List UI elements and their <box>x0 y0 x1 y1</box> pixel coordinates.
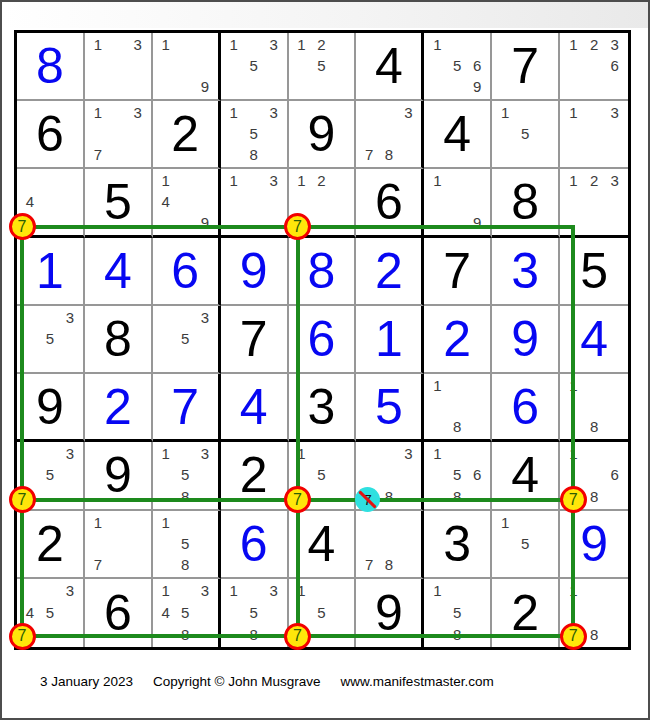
candidate-slot-2 <box>447 34 467 55</box>
candidate-slot-7 <box>495 144 515 165</box>
cell-r7c6[interactable]: 378 <box>356 442 424 510</box>
candidate-slot-9: 9 <box>467 76 487 97</box>
candidate-slot-6 <box>264 55 284 76</box>
candidate-slot-5: 5 <box>447 55 467 76</box>
cell-r5c4[interactable]: 7 <box>221 306 289 374</box>
candidate-slot-3 <box>331 443 351 464</box>
cell-r8c5[interactable]: 4 <box>289 511 357 579</box>
candidate-slot-4 <box>156 328 176 349</box>
candidate-slot-4 <box>224 602 244 624</box>
given-digit: 8 <box>85 306 151 372</box>
cell-r7c5[interactable]: 15 <box>289 442 357 510</box>
given-digit: 9 <box>356 579 421 647</box>
entered-digit: 9 <box>492 306 558 372</box>
candidate-slot-9 <box>399 485 419 506</box>
cell-r5c2[interactable]: 8 <box>85 306 153 374</box>
candidate-slot-1: 1 <box>427 375 447 396</box>
candidate-slot-6: 6 <box>604 55 625 76</box>
candidate-slot-1 <box>359 102 379 123</box>
candidate-slot-2 <box>584 443 605 464</box>
candidate-slot-8: 8 <box>175 554 195 575</box>
candidate-slot-2 <box>175 580 195 602</box>
candidates: 378 <box>359 102 418 165</box>
cell-r4c8[interactable]: 3 <box>492 238 560 306</box>
candidate-slot-3 <box>535 512 555 533</box>
candidate-slot-2 <box>515 102 535 123</box>
candidate-slot-5: 5 <box>175 464 195 485</box>
cell-r9c5[interactable]: 15 <box>289 579 357 647</box>
candidate-slot-3 <box>60 170 80 191</box>
candidate-slot-3 <box>331 34 351 55</box>
candidate-slot-6 <box>535 123 555 144</box>
candidates: 149 <box>156 170 215 232</box>
candidate-slot-4 <box>292 55 312 76</box>
cell-r8c1[interactable]: 2 <box>17 511 85 579</box>
cell-r7c3[interactable]: 1358 <box>153 442 221 510</box>
candidate-slot-3: 3 <box>128 102 148 123</box>
candidates: 1568 <box>427 443 487 506</box>
candidate-slot-1: 1 <box>563 170 584 191</box>
candidate-slot-2 <box>312 443 332 464</box>
cell-r7c1[interactable]: 35 <box>17 442 85 510</box>
candidate-slot-7 <box>563 417 584 438</box>
candidate-slot-6 <box>128 123 148 144</box>
candidate-slot-2 <box>584 102 605 123</box>
cell-r6c3[interactable]: 7 <box>153 374 221 442</box>
candidate-slot-3: 3 <box>264 34 284 55</box>
candidate-slot-7 <box>156 554 176 575</box>
candidate-slot-1: 1 <box>88 34 108 55</box>
candidates: 1569 <box>427 34 487 97</box>
entered-digit: 1 <box>17 238 83 304</box>
cell-r5c7[interactable]: 2 <box>424 306 492 374</box>
candidate-slot-8: 8 <box>379 485 399 506</box>
candidates: 1358 <box>224 102 284 165</box>
candidate-slot-5: 5 <box>175 533 195 554</box>
cell-r3c5[interactable]: 12 <box>289 169 357 237</box>
cell-r4c9[interactable]: 5 <box>560 238 628 306</box>
candidate-slot-3: 3 <box>604 34 625 55</box>
candidate-slot-9 <box>467 485 487 506</box>
cell-r8c7[interactable]: 3 <box>424 511 492 579</box>
candidate-slot-6 <box>604 123 625 144</box>
candidate-slot-1: 1 <box>156 443 176 464</box>
cell-r9c6[interactable]: 9 <box>356 579 424 647</box>
candidate-slot-9 <box>264 76 284 97</box>
cell-r5c8[interactable]: 9 <box>492 306 560 374</box>
candidate-slot-1: 1 <box>563 375 584 396</box>
given-digit: 9 <box>85 442 151 508</box>
candidate-slot-9 <box>399 554 419 575</box>
given-digit: 6 <box>17 101 83 167</box>
candidate-slot-1: 1 <box>292 580 312 602</box>
cell-r4c5[interactable]: 8 <box>289 238 357 306</box>
candidate-slot-4 <box>427 191 447 212</box>
candidate-slot-2: 2 <box>584 170 605 191</box>
candidate-slot-4 <box>292 191 312 212</box>
candidate-slot-9 <box>128 76 148 97</box>
candidate-slot-8 <box>584 76 605 97</box>
candidate-slot-9 <box>604 417 625 438</box>
candidate-slot-6 <box>60 191 80 212</box>
candidate-slot-2 <box>244 102 264 123</box>
candidates: 13 <box>563 102 625 165</box>
candidate-slot-9 <box>331 212 351 233</box>
cell-r2c2[interactable]: 137 <box>85 101 153 169</box>
candidate-slot-2: 2 <box>312 170 332 191</box>
candidate-slot-5 <box>244 191 264 212</box>
entered-digit: 8 <box>17 33 83 99</box>
cell-r5c3[interactable]: 35 <box>153 306 221 374</box>
candidate-slot-1: 1 <box>427 580 447 602</box>
cell-r2c1[interactable]: 6 <box>17 101 85 169</box>
cell-r3c4[interactable]: 13 <box>221 169 289 237</box>
candidate-slot-6 <box>195 55 215 76</box>
candidate-slot-5 <box>584 396 605 417</box>
cell-r6c7[interactable]: 18 <box>424 374 492 442</box>
cell-r5c5[interactable]: 6 <box>289 306 357 374</box>
candidate-slot-4 <box>427 602 447 624</box>
candidate-slot-3: 3 <box>195 443 215 464</box>
candidate-slot-6: 6 <box>467 55 487 76</box>
candidate-slot-3 <box>331 170 351 191</box>
cell-r4c7[interactable]: 7 <box>424 238 492 306</box>
cell-r6c9[interactable]: 18 <box>560 374 628 442</box>
candidate-slot-5 <box>108 533 128 554</box>
cell-r1c7[interactable]: 1569 <box>424 33 492 101</box>
candidate-slot-7: 7 <box>88 144 108 165</box>
cell-r3c7[interactable]: 19 <box>424 169 492 237</box>
candidate-slot-5 <box>379 123 399 144</box>
candidates: 13 <box>88 34 148 97</box>
candidate-slot-6 <box>195 464 215 485</box>
candidate-slot-2 <box>447 375 467 396</box>
candidate-slot-3 <box>467 580 487 602</box>
candidate-slot-6 <box>264 602 284 624</box>
cell-r5c1[interactable]: 35 <box>17 306 85 374</box>
cell-r9c1[interactable]: 345 <box>17 579 85 647</box>
cell-r2c8[interactable]: 15 <box>492 101 560 169</box>
candidate-slot-1: 1 <box>292 170 312 191</box>
candidate-slot-4 <box>359 464 379 485</box>
cell-r6c8[interactable]: 6 <box>492 374 560 442</box>
candidate-slot-8 <box>312 623 332 645</box>
cell-r7c9[interactable]: 168 <box>560 442 628 510</box>
candidate-slot-1: 1 <box>427 443 447 464</box>
entered-digit: 8 <box>289 238 355 304</box>
candidate-slot-9 <box>604 144 625 165</box>
footer-date: 3 January 2023 <box>40 674 133 689</box>
candidate-slot-7 <box>427 417 447 438</box>
cell-r9c3[interactable]: 13458 <box>153 579 221 647</box>
given-digit: 6 <box>356 169 421 234</box>
candidate-slot-6 <box>467 191 487 212</box>
given-digit: 4 <box>356 33 421 99</box>
cell-r5c9[interactable]: 4 <box>560 306 628 374</box>
cell-r9c4[interactable]: 1358 <box>221 579 289 647</box>
cell-r1c2[interactable]: 13 <box>85 33 153 101</box>
cell-r8c9[interactable]: 9 <box>560 511 628 579</box>
candidates: 18 <box>427 375 487 437</box>
cell-r4c3[interactable]: 6 <box>153 238 221 306</box>
candidate-slot-1 <box>156 307 176 328</box>
candidate-slot-1: 1 <box>563 443 584 464</box>
candidate-slot-8 <box>175 212 195 233</box>
candidate-slot-6: 6 <box>467 464 487 485</box>
cell-r9c8[interactable]: 2 <box>492 579 560 647</box>
candidates: 13458 <box>156 580 215 645</box>
candidate-slot-8 <box>175 349 195 370</box>
candidate-slot-7 <box>156 485 176 506</box>
cell-r7c7[interactable]: 1568 <box>424 442 492 510</box>
cell-r1c4[interactable]: 135 <box>221 33 289 101</box>
candidates: 19 <box>156 34 215 97</box>
candidate-slot-3 <box>604 375 625 396</box>
candidate-slot-1: 1 <box>224 580 244 602</box>
candidate-slot-1: 1 <box>224 170 244 191</box>
candidate-slot-3: 3 <box>604 102 625 123</box>
cell-r6c2[interactable]: 2 <box>85 374 153 442</box>
candidate-slot-1 <box>20 580 40 602</box>
candidates: 1358 <box>224 580 284 645</box>
cell-r7c4[interactable]: 2 <box>221 442 289 510</box>
cell-r8c4[interactable]: 6 <box>221 511 289 579</box>
candidate-slot-2 <box>584 375 605 396</box>
candidate-slot-2 <box>379 102 399 123</box>
cell-r2c6[interactable]: 378 <box>356 101 424 169</box>
candidate-slot-1 <box>20 307 40 328</box>
candidate-slot-2 <box>175 512 195 533</box>
entered-digit: 2 <box>85 374 151 439</box>
candidate-slot-7 <box>156 349 176 370</box>
candidate-slot-3 <box>604 580 625 602</box>
candidate-slot-5 <box>584 464 605 485</box>
candidate-slot-9 <box>604 623 625 645</box>
candidate-slot-1: 1 <box>224 102 244 123</box>
candidate-slot-9 <box>60 212 80 233</box>
footer: 3 January 2023 Copyright © John Musgrave… <box>40 674 494 689</box>
candidates: 35 <box>20 307 80 370</box>
cell-r3c6[interactable]: 6 <box>356 169 424 237</box>
candidate-slot-7 <box>88 76 108 97</box>
cell-r9c2[interactable]: 6 <box>85 579 153 647</box>
cell-r9c7[interactable]: 158 <box>424 579 492 647</box>
candidate-slot-1: 1 <box>156 512 176 533</box>
cell-r8c8[interactable]: 15 <box>492 511 560 579</box>
candidate-slot-4 <box>563 55 584 76</box>
candidate-slot-1: 1 <box>88 102 108 123</box>
candidate-slot-4 <box>563 464 584 485</box>
candidates: 15 <box>495 512 555 575</box>
candidate-slot-1: 1 <box>156 34 176 55</box>
candidate-slot-4 <box>156 55 176 76</box>
entered-digit: 3 <box>492 238 558 304</box>
candidate-slot-4: 4 <box>156 191 176 212</box>
cell-r4c4[interactable]: 9 <box>221 238 289 306</box>
cell-r5c6[interactable]: 1 <box>356 306 424 374</box>
candidates: 15 <box>292 443 352 506</box>
candidate-slot-6 <box>331 464 351 485</box>
cell-r6c1[interactable]: 9 <box>17 374 85 442</box>
entered-digit: 2 <box>356 238 421 304</box>
candidate-slot-5: 5 <box>175 602 195 624</box>
candidate-slot-9 <box>331 76 351 97</box>
cell-r3c1[interactable]: 4 <box>17 169 85 237</box>
given-digit: 2 <box>17 511 83 577</box>
entered-digit: 6 <box>289 306 355 372</box>
candidate-slot-6 <box>331 602 351 624</box>
candidate-slot-3: 3 <box>128 34 148 55</box>
given-digit: 7 <box>492 33 558 99</box>
cell-r2c4[interactable]: 1358 <box>221 101 289 169</box>
cell-r3c9[interactable]: 123 <box>560 169 628 237</box>
candidate-slot-1: 1 <box>427 34 447 55</box>
candidate-slot-2 <box>447 580 467 602</box>
given-digit: 5 <box>560 238 628 304</box>
given-digit: 7 <box>221 306 287 372</box>
candidate-slot-2 <box>40 170 60 191</box>
entered-digit: 9 <box>560 511 628 577</box>
candidate-slot-2 <box>244 170 264 191</box>
candidate-slot-2 <box>175 443 195 464</box>
candidate-slot-5 <box>379 533 399 554</box>
candidate-slot-6 <box>331 55 351 76</box>
candidate-slot-4 <box>495 533 515 554</box>
candidate-slot-2 <box>244 34 264 55</box>
cell-r2c3[interactable]: 2 <box>153 101 221 169</box>
entered-digit: 6 <box>153 238 218 304</box>
candidate-slot-5 <box>312 191 332 212</box>
candidate-slot-8: 8 <box>447 485 467 506</box>
cell-r3c2[interactable]: 5 <box>85 169 153 237</box>
candidate-slot-7 <box>292 76 312 97</box>
candidate-slot-4 <box>292 464 312 485</box>
candidate-slot-8 <box>40 212 60 233</box>
candidate-slot-8 <box>40 485 60 506</box>
cell-r8c6[interactable]: 78 <box>356 511 424 579</box>
cell-r3c8[interactable]: 8 <box>492 169 560 237</box>
candidate-slot-6 <box>60 464 80 485</box>
cell-r4c1[interactable]: 1 <box>17 238 85 306</box>
candidate-slot-3: 3 <box>195 580 215 602</box>
cell-r8c2[interactable]: 17 <box>85 511 153 579</box>
cell-r1c3[interactable]: 19 <box>153 33 221 101</box>
candidate-slot-5 <box>108 123 128 144</box>
candidate-slot-1: 1 <box>292 443 312 464</box>
cell-r1c6[interactable]: 4 <box>356 33 424 101</box>
candidate-slot-7 <box>20 623 40 645</box>
candidate-slot-3: 3 <box>195 307 215 328</box>
candidates: 18 <box>563 375 625 437</box>
cell-r6c5[interactable]: 3 <box>289 374 357 442</box>
candidate-slot-9 <box>604 76 625 97</box>
cell-r7c2[interactable]: 9 <box>85 442 153 510</box>
candidate-slot-3: 3 <box>264 580 284 602</box>
given-digit: 2 <box>153 101 218 167</box>
cell-r2c5[interactable]: 9 <box>289 101 357 169</box>
given-digit: 4 <box>289 511 355 577</box>
cell-r3c3[interactable]: 149 <box>153 169 221 237</box>
candidate-slot-7 <box>495 554 515 575</box>
candidate-slot-9 <box>264 144 284 165</box>
cell-r6c6[interactable]: 5 <box>356 374 424 442</box>
given-digit: 7 <box>424 238 490 304</box>
candidate-slot-9 <box>128 144 148 165</box>
candidate-slot-9 <box>331 485 351 506</box>
candidates: 345 <box>20 580 80 645</box>
candidate-slot-8: 8 <box>584 485 605 506</box>
candidate-slot-9: 9 <box>195 76 215 97</box>
given-digit: 2 <box>221 442 287 508</box>
cell-r1c8[interactable]: 7 <box>492 33 560 101</box>
candidate-slot-6 <box>399 464 419 485</box>
candidate-slot-6 <box>399 123 419 144</box>
cell-r1c9[interactable]: 1236 <box>560 33 628 101</box>
cell-r9c9[interactable]: 18 <box>560 579 628 647</box>
cell-r2c7[interactable]: 4 <box>424 101 492 169</box>
cell-r4c6[interactable]: 2 <box>356 238 424 306</box>
candidate-slot-4 <box>224 191 244 212</box>
cell-r1c1[interactable]: 8 <box>17 33 85 101</box>
cell-r4c2[interactable]: 4 <box>85 238 153 306</box>
candidate-slot-1: 1 <box>563 102 584 123</box>
candidate-slot-3 <box>467 375 487 396</box>
candidate-slot-4 <box>224 123 244 144</box>
candidate-slot-6 <box>467 602 487 624</box>
candidate-slot-1: 1 <box>292 34 312 55</box>
entered-digit: 5 <box>356 374 421 439</box>
candidate-slot-5 <box>584 602 605 624</box>
cell-r6c4[interactable]: 4 <box>221 374 289 442</box>
candidate-slot-7 <box>427 623 447 645</box>
cell-r2c9[interactable]: 13 <box>560 101 628 169</box>
cell-r7c8[interactable]: 4 <box>492 442 560 510</box>
candidate-slot-9: 9 <box>467 212 487 233</box>
candidates: 135 <box>224 34 284 97</box>
candidate-slot-6 <box>399 533 419 554</box>
candidate-slot-4 <box>224 55 244 76</box>
candidate-slot-7 <box>427 485 447 506</box>
candidate-slot-4: 4 <box>20 191 40 212</box>
candidate-slot-8 <box>584 212 605 233</box>
candidate-slot-8 <box>108 554 128 575</box>
candidate-slot-9 <box>399 144 419 165</box>
candidate-slot-5 <box>447 396 467 417</box>
given-digit: 2 <box>492 579 558 647</box>
candidate-slot-7 <box>427 212 447 233</box>
candidate-slot-6 <box>604 602 625 624</box>
candidate-slot-2 <box>447 170 467 191</box>
candidate-slot-3 <box>535 102 555 123</box>
candidate-slot-6 <box>604 191 625 212</box>
candidate-slot-2: 2 <box>312 34 332 55</box>
candidate-slot-3 <box>399 512 419 533</box>
candidate-slot-8 <box>312 212 332 233</box>
candidate-slot-4 <box>20 328 40 349</box>
candidate-slot-7 <box>156 212 176 233</box>
cell-r1c5[interactable]: 125 <box>289 33 357 101</box>
candidate-slot-4 <box>20 464 40 485</box>
candidate-slot-9 <box>535 554 555 575</box>
candidate-slot-8: 8 <box>175 485 195 506</box>
candidate-slot-9 <box>604 212 625 233</box>
candidate-slot-2 <box>40 443 60 464</box>
candidate-slot-4 <box>292 602 312 624</box>
cell-r8c3[interactable]: 158 <box>153 511 221 579</box>
candidate-slot-1: 1 <box>156 580 176 602</box>
entered-digit: 6 <box>221 511 287 577</box>
candidates: 13 <box>224 170 284 232</box>
